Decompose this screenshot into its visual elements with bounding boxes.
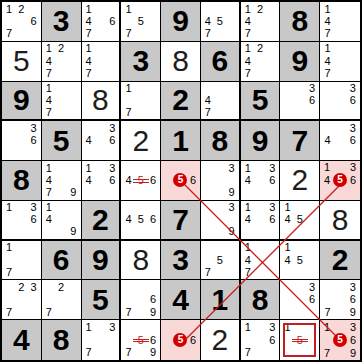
candidate-7: 7: [321, 67, 334, 79]
candidate-6: 6: [187, 173, 198, 187]
cell-r7c7[interactable]: 147: [241, 241, 281, 281]
given-digit-2: 2: [92, 205, 109, 235]
cell-r8c5[interactable]: 4: [161, 280, 201, 320]
candidate-7: 7: [83, 28, 95, 40]
candidate-2: 2: [55, 43, 67, 55]
candidate-9: 9: [67, 226, 79, 238]
candidate-4: 4: [242, 55, 254, 67]
candidate-7: 7: [43, 187, 55, 199]
given-digit-1: 1: [172, 126, 189, 156]
cell-r3c9[interactable]: 36: [320, 82, 360, 122]
given-digit-3: 3: [53, 6, 70, 36]
cell-r9c4[interactable]: 5679: [121, 320, 161, 360]
candidate-3: 3: [106, 122, 118, 134]
candidate-1: 1: [281, 242, 293, 254]
solved-digit-5: 5: [13, 46, 30, 76]
candidate-grid: 1346: [241, 201, 280, 239]
cell-r5c7[interactable]: 1346: [241, 161, 281, 201]
candidate-2: 2: [15, 3, 27, 15]
candidate-grid: 1247: [241, 42, 280, 81]
given-digit-3: 3: [172, 245, 189, 275]
candidate-grid: 346: [320, 121, 360, 160]
candidate-grid: 36: [320, 82, 360, 120]
candidate-9: 9: [347, 347, 359, 359]
cell-r9c1[interactable]: 4: [2, 320, 42, 360]
candidate-3: 3: [347, 321, 359, 333]
candidate-grid: 149: [42, 201, 81, 239]
candidate-6: 6: [306, 94, 318, 106]
candidate-3: 3: [226, 162, 238, 174]
candidate-4: 4: [83, 135, 95, 147]
candidate-5: 5: [214, 15, 226, 27]
cell-r1c7[interactable]: 1247: [241, 2, 281, 42]
candidate-5: 5: [135, 214, 147, 226]
candidate-1: 1: [43, 202, 55, 214]
cell-r8c7[interactable]: 8: [241, 280, 281, 320]
candidate-1: 1: [321, 3, 334, 15]
candidate-grid: 3679: [320, 280, 360, 319]
cell-r4c2[interactable]: 5: [42, 121, 82, 161]
candidate-7: 7: [242, 266, 254, 278]
candidate-6: 6: [347, 333, 359, 347]
candidate-6: 6: [187, 333, 198, 347]
candidate-7: 7: [43, 306, 55, 318]
cell-r6c9[interactable]: 8: [320, 201, 360, 241]
cell-r4c1[interactable]: 36: [2, 121, 42, 161]
candidate-1: 1: [43, 162, 55, 174]
cell-r4c4[interactable]: 2: [121, 121, 161, 161]
cell-r5c2[interactable]: 1479: [42, 161, 82, 201]
candidate-6: 6: [346, 94, 359, 106]
candidate-grid: 1479: [42, 161, 81, 200]
candidate-1: 1: [43, 83, 55, 95]
candidate-3: 3: [226, 202, 238, 214]
solved-digit-8: 8: [172, 46, 189, 76]
candidate-5: 5: [135, 15, 147, 27]
candidate-9: 9: [147, 306, 159, 318]
candidate-6: 6: [147, 174, 159, 186]
candidate-3: 3: [306, 83, 318, 95]
candidate-7: 7: [242, 28, 254, 40]
candidate-4: 4: [83, 174, 95, 186]
candidate-6: 6: [147, 214, 159, 226]
candidate-grid: 39: [201, 201, 239, 239]
candidate-7: 7: [321, 347, 333, 359]
cell-r6c5[interactable]: 7: [161, 201, 201, 241]
cell-r4c9[interactable]: 346: [320, 121, 360, 161]
cell-r5c3[interactable]: 1346: [82, 161, 122, 201]
cell-r6c8[interactable]: 145: [280, 201, 320, 241]
candidate-grid: 36: [280, 82, 319, 120]
cell-r1c4[interactable]: 157: [121, 2, 161, 42]
candidate-grid: 237: [2, 280, 41, 319]
cell-r5c6[interactable]: 39: [201, 161, 241, 201]
given-digit-4: 4: [13, 325, 30, 355]
candidate-4: 4: [281, 254, 293, 266]
candidate-grid: 1367: [241, 320, 280, 360]
candidate-3: 3: [266, 162, 278, 174]
candidate-6: 6: [346, 135, 359, 147]
cell-r8c9[interactable]: 3679: [320, 280, 360, 320]
candidate-2: 2: [15, 281, 27, 293]
candidate-3: 3: [346, 83, 359, 95]
solved-digit-2: 2: [132, 126, 149, 156]
given-digit-6: 6: [53, 245, 70, 275]
cell-r7c3[interactable]: 9: [82, 241, 122, 281]
candidate-1: 1: [242, 162, 254, 174]
candidate-grid: 346: [82, 121, 120, 160]
candidate-1: 1: [242, 242, 254, 254]
candidate-1: 1: [281, 321, 293, 334]
candidate-1: 1: [122, 3, 134, 15]
candidate-grid: 157: [121, 2, 160, 41]
cell-r9c5[interactable]: 56: [161, 320, 201, 360]
cell-r6c1[interactable]: 136: [2, 201, 42, 241]
given-digit-7: 7: [291, 126, 308, 156]
candidate-grid: 147: [82, 42, 120, 81]
candidate-grid: 1247: [241, 2, 280, 41]
candidate-5-circled: 5: [173, 333, 187, 347]
cell-r5c4[interactable]: 456: [121, 161, 161, 201]
given-digit-8: 8: [291, 6, 308, 36]
candidate-grid: 1267: [2, 2, 41, 41]
cell-r8c8[interactable]: 36: [280, 280, 320, 320]
candidate-9: 9: [226, 187, 238, 199]
candidate-3: 3: [28, 122, 40, 134]
given-digit-4: 4: [172, 285, 189, 315]
cell-r7c4[interactable]: 8: [121, 241, 161, 281]
candidate-1: 1: [321, 162, 333, 173]
candidate-grid: 457: [201, 2, 239, 41]
given-digit-2: 2: [332, 245, 349, 275]
cell-r1c3[interactable]: 1467: [82, 2, 122, 42]
candidate-grid: 17: [2, 241, 41, 280]
candidate-grid: 456: [121, 201, 160, 239]
cell-r6c6[interactable]: 39: [201, 201, 241, 241]
candidate-7: 7: [202, 28, 214, 40]
candidate-9: 9: [226, 226, 238, 238]
candidate-grid: 56: [161, 320, 200, 360]
candidate-6: 6: [28, 135, 40, 147]
given-digit-5: 5: [92, 285, 109, 315]
candidate-1: 1: [122, 83, 134, 95]
cell-r2c6[interactable]: 6: [201, 42, 241, 82]
candidate-7: 7: [122, 306, 134, 318]
candidate-4: 4: [122, 174, 134, 186]
solved-digit-2: 2: [291, 165, 308, 195]
given-digit-7: 7: [172, 205, 189, 235]
candidate-7: 7: [43, 106, 55, 118]
cell-r6c2[interactable]: 149: [42, 201, 82, 241]
candidate-7: 7: [3, 266, 15, 278]
candidate-5: 5: [294, 254, 306, 266]
cell-r4c7[interactable]: 9: [241, 121, 281, 161]
cell-r9c8[interactable]: 15: [280, 320, 320, 360]
candidate-grid: 456: [121, 161, 160, 200]
candidate-3: 3: [306, 281, 318, 293]
candidate-7: 7: [3, 28, 15, 40]
cell-r5c8[interactable]: 2: [280, 161, 320, 201]
candidate-1: 1: [3, 202, 15, 214]
candidate-1: 1: [321, 43, 334, 55]
candidate-4: 4: [83, 55, 95, 67]
given-digit-1: 1: [211, 285, 228, 315]
cell-r3c7[interactable]: 5: [241, 82, 281, 122]
cell-r8c1[interactable]: 237: [2, 280, 42, 320]
candidate-grid: 147: [320, 42, 360, 81]
cell-r6c4[interactable]: 456: [121, 201, 161, 241]
candidate-grid: 39: [201, 161, 239, 200]
candidate-7: 7: [242, 67, 254, 79]
cell-r3c1[interactable]: 9: [2, 82, 42, 122]
candidate-5-eliminated: 5: [135, 174, 147, 186]
candidate-grid: 147: [42, 82, 81, 120]
candidate-grid: 17: [121, 82, 160, 120]
cell-r9c2[interactable]: 8: [42, 320, 82, 360]
candidate-7: 7: [43, 67, 55, 79]
candidate-6: 6: [147, 334, 159, 347]
cell-r8c6[interactable]: 1: [201, 280, 241, 320]
candidate-2: 2: [254, 3, 266, 15]
candidate-5-circled: 5: [333, 173, 347, 187]
cell-r7c9[interactable]: 2: [320, 241, 360, 281]
cell-r5c9[interactable]: 13456: [320, 161, 360, 201]
sudoku-board: 1267314671579457124781475124714738612479…: [0, 0, 362, 362]
candidate-6: 6: [346, 294, 359, 306]
cell-r3c5[interactable]: 2: [161, 82, 201, 122]
candidate-4: 4: [43, 214, 55, 226]
given-digit-8: 8: [13, 165, 30, 195]
given-digit-9: 9: [172, 6, 189, 36]
candidate-4: 4: [321, 55, 334, 67]
solved-digit-8: 8: [92, 85, 109, 115]
candidate-1: 1: [242, 3, 254, 15]
cell-r6c3[interactable]: 2: [82, 201, 122, 241]
candidate-2: 2: [55, 281, 67, 293]
candidate-5-circled: 5: [333, 333, 347, 347]
candidate-grid: 136: [2, 201, 41, 239]
cell-r9c3[interactable]: 137: [82, 320, 122, 360]
candidate-3: 3: [28, 202, 40, 214]
cell-r2c9[interactable]: 147: [320, 42, 360, 82]
candidate-grid: 36: [280, 280, 319, 319]
cell-r2c3[interactable]: 147: [82, 42, 122, 82]
candidate-grid: 137: [82, 320, 120, 360]
candidate-3: 3: [106, 321, 118, 334]
candidate-6: 6: [28, 15, 40, 27]
cell-r4c6[interactable]: 8: [201, 121, 241, 161]
candidate-1: 1: [242, 321, 254, 334]
candidate-1: 1: [242, 43, 254, 55]
cell-r6c7[interactable]: 1346: [241, 201, 281, 241]
candidate-7: 7: [202, 266, 214, 278]
candidate-grid: 13456: [320, 161, 360, 200]
candidate-4: 4: [43, 55, 55, 67]
candidate-4: 4: [242, 15, 254, 27]
candidate-4: 4: [202, 15, 214, 27]
cell-r2c5[interactable]: 8: [161, 42, 201, 82]
candidate-7: 7: [83, 346, 95, 359]
cell-r2c4[interactable]: 3: [121, 42, 161, 82]
cell-r4c3[interactable]: 346: [82, 121, 122, 161]
candidate-grid: 56: [161, 161, 200, 200]
candidate-5-circled: 5: [173, 173, 187, 187]
cell-r1c2[interactable]: 3: [42, 2, 82, 42]
candidate-4: 4: [242, 174, 254, 186]
candidate-9: 9: [67, 187, 79, 199]
given-digit-8: 8: [53, 325, 70, 355]
cell-r1c9[interactable]: 147: [320, 2, 360, 42]
candidate-4: 4: [242, 254, 254, 266]
cell-r5c5[interactable]: 56: [161, 161, 201, 201]
cell-r3c6[interactable]: 47: [201, 82, 241, 122]
candidate-6: 6: [306, 294, 318, 306]
candidate-grid: 57: [201, 241, 239, 280]
cell-r7c2[interactable]: 6: [42, 241, 82, 281]
candidate-1: 1: [321, 321, 333, 333]
candidate-grid: 47: [201, 82, 239, 120]
cell-r7c1[interactable]: 17: [2, 241, 42, 281]
cell-r7c8[interactable]: 145: [280, 241, 320, 281]
cell-r1c5[interactable]: 9: [161, 2, 201, 42]
cell-r3c4[interactable]: 17: [121, 82, 161, 122]
given-digit-8: 8: [211, 126, 228, 156]
cell-r3c2[interactable]: 147: [42, 82, 82, 122]
candidate-grid: 1346: [241, 161, 280, 200]
candidate-3: 3: [346, 281, 359, 293]
candidate-6: 6: [106, 135, 118, 147]
candidate-6: 6: [106, 174, 118, 186]
candidate-grid: 36: [2, 121, 41, 160]
given-digit-9: 9: [92, 245, 109, 275]
cell-r7c5[interactable]: 3: [161, 241, 201, 281]
candidate-grid: 145: [280, 241, 319, 280]
candidate-grid: 1467: [82, 2, 120, 41]
candidate-9: 9: [147, 346, 159, 359]
cell-r4c5[interactable]: 1: [161, 121, 201, 161]
candidate-grid: 147: [320, 2, 360, 41]
candidate-grid: 5679: [121, 320, 160, 360]
candidate-1: 1: [3, 3, 15, 15]
candidate-4: 4: [321, 135, 334, 147]
candidate-7: 7: [122, 106, 134, 118]
cell-r2c7[interactable]: 1247: [241, 42, 281, 82]
candidate-3: 3: [266, 321, 278, 334]
candidate-grid: 135679: [320, 320, 360, 360]
candidate-6: 6: [347, 173, 359, 187]
candidate-1: 1: [83, 3, 95, 15]
cell-r1c6[interactable]: 457: [201, 2, 241, 42]
candidate-1: 1: [83, 162, 95, 174]
candidate-4: 4: [281, 214, 293, 226]
candidate-1: 1: [83, 321, 95, 334]
candidate-7: 7: [321, 28, 334, 40]
given-digit-2: 2: [172, 85, 189, 115]
given-digit-9: 9: [291, 46, 308, 76]
candidate-2: 2: [254, 43, 266, 55]
candidate-4: 4: [43, 94, 55, 106]
given-digit-6: 6: [211, 46, 228, 76]
cell-r2c1[interactable]: 5: [2, 42, 42, 82]
candidate-1: 1: [43, 43, 55, 55]
candidate-6: 6: [266, 174, 278, 186]
cell-r4c8[interactable]: 7: [280, 121, 320, 161]
given-digit-5: 5: [53, 126, 70, 156]
cell-r3c3[interactable]: 8: [82, 82, 122, 122]
cell-r5c1[interactable]: 8: [2, 161, 42, 201]
candidate-6: 6: [28, 214, 40, 226]
candidate-7: 7: [242, 346, 254, 359]
cell-r8c4[interactable]: 679: [121, 280, 161, 320]
solved-digit-8: 8: [332, 205, 349, 235]
candidate-grid: 679: [121, 280, 160, 319]
cell-r3c8[interactable]: 36: [280, 82, 320, 122]
given-digit-5: 5: [252, 85, 269, 115]
candidate-1: 1: [83, 43, 95, 55]
candidate-7: 7: [83, 67, 95, 79]
cell-r2c8[interactable]: 9: [280, 42, 320, 82]
candidate-6: 6: [266, 334, 278, 347]
candidate-1: 1: [3, 242, 15, 254]
candidate-grid: 1346: [82, 161, 120, 200]
candidate-6: 6: [266, 214, 278, 226]
candidate-3: 3: [106, 162, 118, 174]
cell-r8c2[interactable]: 27: [42, 280, 82, 320]
candidate-4: 4: [242, 214, 254, 226]
given-digit-9: 9: [252, 126, 269, 156]
cell-r8c3[interactable]: 5: [82, 280, 122, 320]
candidate-5: 5: [294, 214, 306, 226]
given-digit-9: 9: [13, 85, 30, 115]
candidate-4: 4: [43, 174, 55, 186]
cell-r1c1[interactable]: 1267: [2, 2, 42, 42]
candidate-7: 7: [321, 306, 334, 318]
cell-r9c6[interactable]: 2: [201, 320, 241, 360]
cell-r1c8[interactable]: 8: [280, 2, 320, 42]
candidate-1: 1: [281, 202, 293, 214]
candidate-9: 9: [346, 306, 359, 318]
cell-r9c9[interactable]: 135679: [320, 320, 360, 360]
solved-digit-2: 2: [211, 325, 228, 355]
candidate-5-eliminated: 5: [294, 334, 306, 347]
candidate-5: 5: [214, 254, 226, 266]
solved-digit-8: 8: [132, 245, 149, 275]
candidate-grid: 147: [241, 241, 280, 280]
candidate-3: 3: [28, 281, 40, 293]
cell-r7c6[interactable]: 57: [201, 241, 241, 281]
candidate-4: 4: [122, 214, 134, 226]
candidate-6: 6: [147, 294, 159, 306]
candidate-3: 3: [266, 202, 278, 214]
candidate-6: 6: [106, 15, 118, 27]
cell-r9c7[interactable]: 1367: [241, 320, 281, 360]
candidate-1: 1: [242, 202, 254, 214]
candidate-7: 7: [122, 28, 134, 40]
given-digit-3: 3: [132, 46, 149, 76]
candidate-grid: 1247: [42, 42, 81, 81]
cell-r2c2[interactable]: 1247: [42, 42, 82, 82]
candidate-7: 7: [3, 306, 15, 318]
candidate-7: 7: [122, 346, 134, 359]
given-digit-8: 8: [252, 285, 269, 315]
candidate-5-eliminated: 5: [135, 334, 147, 347]
candidate-4: 4: [321, 15, 334, 27]
candidate-4: 4: [321, 173, 333, 187]
candidate-grid: 15: [280, 320, 319, 360]
candidate-3: 3: [346, 122, 359, 134]
candidate-3: 3: [347, 162, 359, 173]
candidate-7: 7: [202, 106, 214, 118]
